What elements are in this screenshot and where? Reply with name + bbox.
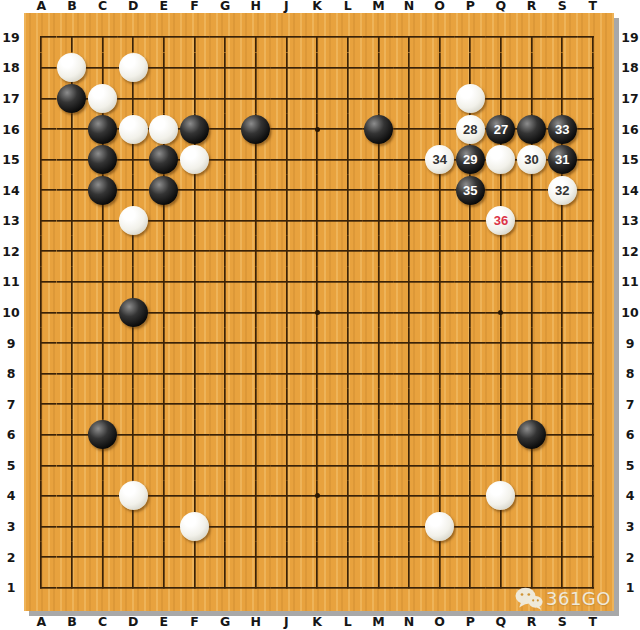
intersection-J14[interactable] xyxy=(271,175,302,206)
intersection-M19[interactable] xyxy=(363,22,394,53)
intersection-A12[interactable] xyxy=(26,236,57,267)
intersection-D8[interactable] xyxy=(118,358,149,389)
intersection-G14[interactable] xyxy=(210,175,241,206)
intersection-L4[interactable] xyxy=(332,481,363,512)
intersection-B11[interactable] xyxy=(57,267,88,298)
intersection-N13[interactable] xyxy=(394,205,425,236)
intersection-B16[interactable] xyxy=(57,114,88,145)
intersection-B2[interactable] xyxy=(57,542,88,573)
intersection-N18[interactable] xyxy=(394,53,425,84)
intersection-P13[interactable] xyxy=(455,205,486,236)
intersection-P7[interactable] xyxy=(455,389,486,420)
intersection-G11[interactable] xyxy=(210,267,241,298)
intersection-G3[interactable] xyxy=(210,511,241,542)
intersection-C19[interactable] xyxy=(87,22,118,53)
intersection-N8[interactable] xyxy=(394,358,425,389)
intersection-O5[interactable] xyxy=(424,450,455,481)
intersection-Q11[interactable] xyxy=(486,267,517,298)
intersection-P6[interactable] xyxy=(455,420,486,451)
intersection-A7[interactable] xyxy=(26,389,57,420)
intersection-K2[interactable] xyxy=(302,542,333,573)
intersection-K4[interactable] xyxy=(302,481,333,512)
intersection-S18[interactable] xyxy=(547,53,578,84)
intersection-K8[interactable] xyxy=(302,358,333,389)
intersection-F9[interactable] xyxy=(179,328,210,359)
intersection-F16[interactable] xyxy=(179,114,210,145)
intersection-H11[interactable] xyxy=(240,267,271,298)
intersection-H4[interactable] xyxy=(240,481,271,512)
intersection-J3[interactable] xyxy=(271,511,302,542)
intersection-G19[interactable] xyxy=(210,22,241,53)
intersection-A14[interactable] xyxy=(26,175,57,206)
intersection-H9[interactable] xyxy=(240,328,271,359)
intersection-T17[interactable] xyxy=(578,83,609,114)
intersection-K10[interactable] xyxy=(302,297,333,328)
intersection-E12[interactable] xyxy=(149,236,180,267)
intersection-B17[interactable] xyxy=(57,83,88,114)
intersection-A17[interactable] xyxy=(26,83,57,114)
intersection-G15[interactable] xyxy=(210,144,241,175)
intersection-A11[interactable] xyxy=(26,267,57,298)
intersection-P11[interactable] xyxy=(455,267,486,298)
intersection-J13[interactable] xyxy=(271,205,302,236)
intersection-N7[interactable] xyxy=(394,389,425,420)
intersection-T16[interactable] xyxy=(578,114,609,145)
intersection-L15[interactable] xyxy=(332,144,363,175)
intersection-D10[interactable] xyxy=(118,297,149,328)
intersection-M17[interactable] xyxy=(363,83,394,114)
intersection-J8[interactable] xyxy=(271,358,302,389)
intersection-Q4[interactable] xyxy=(486,481,517,512)
intersection-M8[interactable] xyxy=(363,358,394,389)
intersection-H19[interactable] xyxy=(240,22,271,53)
intersection-T7[interactable] xyxy=(578,389,609,420)
intersection-R5[interactable] xyxy=(516,450,547,481)
intersection-K19[interactable] xyxy=(302,22,333,53)
intersection-R13[interactable] xyxy=(516,205,547,236)
intersection-J18[interactable] xyxy=(271,53,302,84)
intersection-D5[interactable] xyxy=(118,450,149,481)
intersection-O8[interactable] xyxy=(424,358,455,389)
intersection-Q18[interactable] xyxy=(486,53,517,84)
intersection-B13[interactable] xyxy=(57,205,88,236)
intersection-O7[interactable] xyxy=(424,389,455,420)
intersection-B9[interactable] xyxy=(57,328,88,359)
intersection-E3[interactable] xyxy=(149,511,180,542)
intersection-P3[interactable] xyxy=(455,511,486,542)
intersection-R7[interactable] xyxy=(516,389,547,420)
intersection-M3[interactable] xyxy=(363,511,394,542)
intersection-J9[interactable] xyxy=(271,328,302,359)
intersection-P5[interactable] xyxy=(455,450,486,481)
intersection-R4[interactable] xyxy=(516,481,547,512)
intersection-F19[interactable] xyxy=(179,22,210,53)
intersection-C15[interactable] xyxy=(87,144,118,175)
intersection-B10[interactable] xyxy=(57,297,88,328)
intersection-H18[interactable] xyxy=(240,53,271,84)
intersection-F2[interactable] xyxy=(179,542,210,573)
intersection-E17[interactable] xyxy=(149,83,180,114)
intersection-A19[interactable] xyxy=(26,22,57,53)
intersection-Q6[interactable] xyxy=(486,420,517,451)
intersection-H8[interactable] xyxy=(240,358,271,389)
intersection-C4[interactable] xyxy=(87,481,118,512)
intersection-B12[interactable] xyxy=(57,236,88,267)
intersection-T14[interactable] xyxy=(578,175,609,206)
intersection-L10[interactable] xyxy=(332,297,363,328)
intersection-M6[interactable] xyxy=(363,420,394,451)
intersection-K11[interactable] xyxy=(302,267,333,298)
intersection-S8[interactable] xyxy=(547,358,578,389)
intersection-S5[interactable] xyxy=(547,450,578,481)
intersection-S7[interactable] xyxy=(547,389,578,420)
intersection-E1[interactable] xyxy=(149,572,180,603)
intersection-G17[interactable] xyxy=(210,83,241,114)
intersection-D3[interactable] xyxy=(118,511,149,542)
intersection-C1[interactable] xyxy=(87,572,118,603)
intersection-G6[interactable] xyxy=(210,420,241,451)
intersection-L18[interactable] xyxy=(332,53,363,84)
intersection-K9[interactable] xyxy=(302,328,333,359)
intersection-F15[interactable] xyxy=(179,144,210,175)
intersection-T8[interactable] xyxy=(578,358,609,389)
intersection-Q15[interactable] xyxy=(486,144,517,175)
intersection-R16[interactable] xyxy=(516,114,547,145)
intersection-C13[interactable] xyxy=(87,205,118,236)
intersection-M7[interactable] xyxy=(363,389,394,420)
intersection-C18[interactable] xyxy=(87,53,118,84)
intersection-P19[interactable] xyxy=(455,22,486,53)
intersection-F3[interactable] xyxy=(179,511,210,542)
intersection-C16[interactable] xyxy=(87,114,118,145)
intersection-Q5[interactable] xyxy=(486,450,517,481)
intersection-B3[interactable] xyxy=(57,511,88,542)
intersection-C3[interactable] xyxy=(87,511,118,542)
intersection-A1[interactable] xyxy=(26,572,57,603)
intersection-L9[interactable] xyxy=(332,328,363,359)
intersection-S2[interactable] xyxy=(547,542,578,573)
intersection-O12[interactable] xyxy=(424,236,455,267)
intersection-Q12[interactable] xyxy=(486,236,517,267)
intersection-O19[interactable] xyxy=(424,22,455,53)
intersection-R2[interactable] xyxy=(516,542,547,573)
intersection-P9[interactable] xyxy=(455,328,486,359)
intersection-F11[interactable] xyxy=(179,267,210,298)
intersection-B4[interactable] xyxy=(57,481,88,512)
intersection-S13[interactable] xyxy=(547,205,578,236)
intersection-K7[interactable] xyxy=(302,389,333,420)
intersection-N19[interactable] xyxy=(394,22,425,53)
intersection-H15[interactable] xyxy=(240,144,271,175)
intersection-F13[interactable] xyxy=(179,205,210,236)
intersection-E19[interactable] xyxy=(149,22,180,53)
intersection-B18[interactable] xyxy=(57,53,88,84)
intersection-P17[interactable] xyxy=(455,83,486,114)
intersection-E4[interactable] xyxy=(149,481,180,512)
intersection-C6[interactable] xyxy=(87,420,118,451)
intersection-R14[interactable] xyxy=(516,175,547,206)
intersection-C10[interactable] xyxy=(87,297,118,328)
intersection-E16[interactable] xyxy=(149,114,180,145)
intersection-A9[interactable] xyxy=(26,328,57,359)
intersection-C5[interactable] xyxy=(87,450,118,481)
intersection-L19[interactable] xyxy=(332,22,363,53)
intersection-C14[interactable] xyxy=(87,175,118,206)
intersection-D9[interactable] xyxy=(118,328,149,359)
intersection-E15[interactable] xyxy=(149,144,180,175)
intersection-F6[interactable] xyxy=(179,420,210,451)
intersection-F1[interactable] xyxy=(179,572,210,603)
intersection-M18[interactable] xyxy=(363,53,394,84)
intersection-E18[interactable] xyxy=(149,53,180,84)
intersection-F18[interactable] xyxy=(179,53,210,84)
intersection-P10[interactable] xyxy=(455,297,486,328)
intersection-N5[interactable] xyxy=(394,450,425,481)
intersection-R15[interactable]: 30 xyxy=(516,144,547,175)
intersection-N14[interactable] xyxy=(394,175,425,206)
intersection-F5[interactable] xyxy=(179,450,210,481)
intersection-E7[interactable] xyxy=(149,389,180,420)
intersection-M5[interactable] xyxy=(363,450,394,481)
intersection-B6[interactable] xyxy=(57,420,88,451)
intersection-C9[interactable] xyxy=(87,328,118,359)
intersection-S16[interactable]: 33 xyxy=(547,114,578,145)
intersection-S10[interactable] xyxy=(547,297,578,328)
intersection-L13[interactable] xyxy=(332,205,363,236)
intersection-O4[interactable] xyxy=(424,481,455,512)
intersection-C12[interactable] xyxy=(87,236,118,267)
intersection-D11[interactable] xyxy=(118,267,149,298)
intersection-K16[interactable] xyxy=(302,114,333,145)
intersection-L17[interactable] xyxy=(332,83,363,114)
intersection-J2[interactable] xyxy=(271,542,302,573)
intersection-G8[interactable] xyxy=(210,358,241,389)
intersection-G9[interactable] xyxy=(210,328,241,359)
intersection-S19[interactable] xyxy=(547,22,578,53)
intersection-N17[interactable] xyxy=(394,83,425,114)
intersection-M14[interactable] xyxy=(363,175,394,206)
intersection-A15[interactable] xyxy=(26,144,57,175)
intersection-H1[interactable] xyxy=(240,572,271,603)
intersection-H17[interactable] xyxy=(240,83,271,114)
intersection-M2[interactable] xyxy=(363,542,394,573)
intersection-E14[interactable] xyxy=(149,175,180,206)
intersection-D7[interactable] xyxy=(118,389,149,420)
intersection-F10[interactable] xyxy=(179,297,210,328)
intersection-D6[interactable] xyxy=(118,420,149,451)
intersection-T11[interactable] xyxy=(578,267,609,298)
intersection-K18[interactable] xyxy=(302,53,333,84)
intersection-H10[interactable] xyxy=(240,297,271,328)
intersection-M9[interactable] xyxy=(363,328,394,359)
intersection-S9[interactable] xyxy=(547,328,578,359)
intersection-D12[interactable] xyxy=(118,236,149,267)
intersection-T6[interactable] xyxy=(578,420,609,451)
intersection-Q17[interactable] xyxy=(486,83,517,114)
intersection-M4[interactable] xyxy=(363,481,394,512)
intersection-A10[interactable] xyxy=(26,297,57,328)
intersection-P2[interactable] xyxy=(455,542,486,573)
intersection-C2[interactable] xyxy=(87,542,118,573)
intersection-J6[interactable] xyxy=(271,420,302,451)
intersection-C17[interactable] xyxy=(87,83,118,114)
intersection-S15[interactable]: 31 xyxy=(547,144,578,175)
intersection-D15[interactable] xyxy=(118,144,149,175)
intersection-G16[interactable] xyxy=(210,114,241,145)
intersection-S11[interactable] xyxy=(547,267,578,298)
intersection-E6[interactable] xyxy=(149,420,180,451)
intersection-T4[interactable] xyxy=(578,481,609,512)
intersection-A16[interactable] xyxy=(26,114,57,145)
intersection-T18[interactable] xyxy=(578,53,609,84)
intersection-F7[interactable] xyxy=(179,389,210,420)
intersection-P8[interactable] xyxy=(455,358,486,389)
intersection-B15[interactable] xyxy=(57,144,88,175)
intersection-G10[interactable] xyxy=(210,297,241,328)
intersection-O6[interactable] xyxy=(424,420,455,451)
intersection-H5[interactable] xyxy=(240,450,271,481)
intersection-P16[interactable]: 28 xyxy=(455,114,486,145)
intersection-K14[interactable] xyxy=(302,175,333,206)
intersection-S3[interactable] xyxy=(547,511,578,542)
intersection-P4[interactable] xyxy=(455,481,486,512)
intersection-Q2[interactable] xyxy=(486,542,517,573)
intersection-R8[interactable] xyxy=(516,358,547,389)
intersection-G5[interactable] xyxy=(210,450,241,481)
intersection-S12[interactable] xyxy=(547,236,578,267)
intersection-H6[interactable] xyxy=(240,420,271,451)
intersection-S6[interactable] xyxy=(547,420,578,451)
intersection-H14[interactable] xyxy=(240,175,271,206)
intersection-L3[interactable] xyxy=(332,511,363,542)
intersection-D14[interactable] xyxy=(118,175,149,206)
intersection-J4[interactable] xyxy=(271,481,302,512)
intersection-F4[interactable] xyxy=(179,481,210,512)
intersection-A8[interactable] xyxy=(26,358,57,389)
intersection-F12[interactable] xyxy=(179,236,210,267)
intersection-E9[interactable] xyxy=(149,328,180,359)
intersection-J7[interactable] xyxy=(271,389,302,420)
intersection-H12[interactable] xyxy=(240,236,271,267)
intersection-L1[interactable] xyxy=(332,572,363,603)
intersection-A5[interactable] xyxy=(26,450,57,481)
intersection-L6[interactable] xyxy=(332,420,363,451)
intersection-O2[interactable] xyxy=(424,542,455,573)
intersection-L7[interactable] xyxy=(332,389,363,420)
intersection-J16[interactable] xyxy=(271,114,302,145)
intersection-N11[interactable] xyxy=(394,267,425,298)
intersection-O10[interactable] xyxy=(424,297,455,328)
intersection-O11[interactable] xyxy=(424,267,455,298)
intersection-A13[interactable] xyxy=(26,205,57,236)
intersection-H13[interactable] xyxy=(240,205,271,236)
intersection-M10[interactable] xyxy=(363,297,394,328)
intersection-N16[interactable] xyxy=(394,114,425,145)
intersection-R3[interactable] xyxy=(516,511,547,542)
intersection-O14[interactable] xyxy=(424,175,455,206)
intersection-K3[interactable] xyxy=(302,511,333,542)
intersection-S14[interactable]: 32 xyxy=(547,175,578,206)
intersection-N12[interactable] xyxy=(394,236,425,267)
intersection-Q10[interactable] xyxy=(486,297,517,328)
intersection-J15[interactable] xyxy=(271,144,302,175)
intersection-O3[interactable] xyxy=(424,511,455,542)
intersection-J12[interactable] xyxy=(271,236,302,267)
intersection-D17[interactable] xyxy=(118,83,149,114)
intersection-T12[interactable] xyxy=(578,236,609,267)
intersection-Q1[interactable] xyxy=(486,572,517,603)
intersection-E11[interactable] xyxy=(149,267,180,298)
intersection-P14[interactable]: 35 xyxy=(455,175,486,206)
intersection-N2[interactable] xyxy=(394,542,425,573)
intersection-L8[interactable] xyxy=(332,358,363,389)
intersection-L12[interactable] xyxy=(332,236,363,267)
intersection-M11[interactable] xyxy=(363,267,394,298)
intersection-T9[interactable] xyxy=(578,328,609,359)
intersection-E5[interactable] xyxy=(149,450,180,481)
intersection-T13[interactable] xyxy=(578,205,609,236)
intersection-Q19[interactable] xyxy=(486,22,517,53)
intersection-J5[interactable] xyxy=(271,450,302,481)
intersection-C8[interactable] xyxy=(87,358,118,389)
intersection-T19[interactable] xyxy=(578,22,609,53)
intersection-S17[interactable] xyxy=(547,83,578,114)
intersection-Q3[interactable] xyxy=(486,511,517,542)
intersection-E8[interactable] xyxy=(149,358,180,389)
intersection-K1[interactable] xyxy=(302,572,333,603)
intersection-N3[interactable] xyxy=(394,511,425,542)
intersection-K6[interactable] xyxy=(302,420,333,451)
intersection-M12[interactable] xyxy=(363,236,394,267)
intersection-O9[interactable] xyxy=(424,328,455,359)
intersection-B8[interactable] xyxy=(57,358,88,389)
intersection-P12[interactable] xyxy=(455,236,486,267)
intersection-D16[interactable] xyxy=(118,114,149,145)
intersection-B5[interactable] xyxy=(57,450,88,481)
intersection-B1[interactable] xyxy=(57,572,88,603)
intersection-L16[interactable] xyxy=(332,114,363,145)
intersection-N15[interactable] xyxy=(394,144,425,175)
intersection-A18[interactable] xyxy=(26,53,57,84)
intersection-P18[interactable] xyxy=(455,53,486,84)
intersection-Q14[interactable] xyxy=(486,175,517,206)
intersection-J19[interactable] xyxy=(271,22,302,53)
intersection-D18[interactable] xyxy=(118,53,149,84)
intersection-G7[interactable] xyxy=(210,389,241,420)
intersection-G12[interactable] xyxy=(210,236,241,267)
intersection-Q13[interactable]: 36 xyxy=(486,205,517,236)
intersection-T10[interactable] xyxy=(578,297,609,328)
intersection-G4[interactable] xyxy=(210,481,241,512)
intersection-F14[interactable] xyxy=(179,175,210,206)
intersection-O15[interactable]: 34 xyxy=(424,144,455,175)
intersection-D13[interactable] xyxy=(118,205,149,236)
intersection-N4[interactable] xyxy=(394,481,425,512)
intersection-D19[interactable] xyxy=(118,22,149,53)
intersection-N6[interactable] xyxy=(394,420,425,451)
intersection-C11[interactable] xyxy=(87,267,118,298)
intersection-T5[interactable] xyxy=(578,450,609,481)
intersection-P15[interactable]: 29 xyxy=(455,144,486,175)
intersection-L5[interactable] xyxy=(332,450,363,481)
intersection-D2[interactable] xyxy=(118,542,149,573)
intersection-J17[interactable] xyxy=(271,83,302,114)
intersection-T15[interactable] xyxy=(578,144,609,175)
intersection-E13[interactable] xyxy=(149,205,180,236)
intersection-A6[interactable] xyxy=(26,420,57,451)
intersection-R6[interactable] xyxy=(516,420,547,451)
intersection-K5[interactable] xyxy=(302,450,333,481)
